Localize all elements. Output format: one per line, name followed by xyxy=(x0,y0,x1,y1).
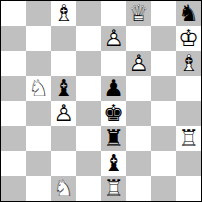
square-g3[interactable] xyxy=(151,126,176,151)
piece-white-queen: ♛♕ xyxy=(126,1,151,26)
square-a1[interactable] xyxy=(1,176,26,201)
square-d5[interactable] xyxy=(76,76,101,101)
square-f5[interactable] xyxy=(126,76,151,101)
square-c8[interactable]: ♝♗ xyxy=(51,1,76,26)
piece-white-pawn: ♟♙ xyxy=(101,26,126,51)
square-a5[interactable] xyxy=(1,76,26,101)
square-d8[interactable] xyxy=(76,1,101,26)
square-a8[interactable] xyxy=(1,1,26,26)
chess-board: ♝♗♛♕♞♟♙♚♔♟♙♝♗♞♘♝♟♟♙♚♜♜♖♝♞♘♜♖ xyxy=(0,0,202,202)
square-c4[interactable]: ♟♙ xyxy=(51,101,76,126)
piece-white-king: ♚♔ xyxy=(176,26,201,51)
square-d2[interactable] xyxy=(76,151,101,176)
square-f8[interactable]: ♛♕ xyxy=(126,1,151,26)
square-f2[interactable] xyxy=(126,151,151,176)
piece-white-bishop: ♝♗ xyxy=(51,1,76,26)
square-e1[interactable]: ♜♖ xyxy=(101,176,126,201)
square-b6[interactable] xyxy=(26,51,51,76)
piece-white-knight: ♞♘ xyxy=(26,76,51,101)
square-e7[interactable]: ♟♙ xyxy=(101,26,126,51)
piece-white-rook: ♜♖ xyxy=(101,176,126,201)
square-h8[interactable]: ♞ xyxy=(176,1,201,26)
square-c6[interactable] xyxy=(51,51,76,76)
square-g8[interactable] xyxy=(151,1,176,26)
square-h7[interactable]: ♚♔ xyxy=(176,26,201,51)
square-f1[interactable] xyxy=(126,176,151,201)
square-d3[interactable] xyxy=(76,126,101,151)
square-g7[interactable] xyxy=(151,26,176,51)
square-c1[interactable]: ♞♘ xyxy=(51,176,76,201)
square-c2[interactable] xyxy=(51,151,76,176)
piece-black-king: ♚ xyxy=(101,101,126,126)
square-b2[interactable] xyxy=(26,151,51,176)
piece-black-knight: ♞ xyxy=(176,1,201,26)
square-a2[interactable] xyxy=(1,151,26,176)
square-f6[interactable]: ♟♙ xyxy=(126,51,151,76)
square-h1[interactable] xyxy=(176,176,201,201)
square-g5[interactable] xyxy=(151,76,176,101)
square-g4[interactable] xyxy=(151,101,176,126)
square-c5[interactable]: ♝ xyxy=(51,76,76,101)
square-f7[interactable] xyxy=(126,26,151,51)
square-a3[interactable] xyxy=(1,126,26,151)
square-f3[interactable] xyxy=(126,126,151,151)
piece-white-pawn: ♟♙ xyxy=(126,51,151,76)
square-h5[interactable] xyxy=(176,76,201,101)
square-e8[interactable] xyxy=(101,1,126,26)
piece-black-bishop: ♝ xyxy=(101,151,126,176)
square-f4[interactable] xyxy=(126,101,151,126)
square-b1[interactable] xyxy=(26,176,51,201)
square-e2[interactable]: ♝ xyxy=(101,151,126,176)
square-a4[interactable] xyxy=(1,101,26,126)
square-e6[interactable] xyxy=(101,51,126,76)
square-d7[interactable] xyxy=(76,26,101,51)
square-h6[interactable]: ♝♗ xyxy=(176,51,201,76)
square-e3[interactable]: ♜ xyxy=(101,126,126,151)
square-e4[interactable]: ♚ xyxy=(101,101,126,126)
square-h4[interactable] xyxy=(176,101,201,126)
square-b5[interactable]: ♞♘ xyxy=(26,76,51,101)
square-g1[interactable] xyxy=(151,176,176,201)
piece-white-rook: ♜♖ xyxy=(176,126,201,151)
square-g2[interactable] xyxy=(151,151,176,176)
square-a7[interactable] xyxy=(1,26,26,51)
square-b4[interactable] xyxy=(26,101,51,126)
square-h3[interactable]: ♜♖ xyxy=(176,126,201,151)
square-a6[interactable] xyxy=(1,51,26,76)
square-d1[interactable] xyxy=(76,176,101,201)
square-d4[interactable] xyxy=(76,101,101,126)
square-b7[interactable] xyxy=(26,26,51,51)
square-c3[interactable] xyxy=(51,126,76,151)
piece-white-bishop: ♝♗ xyxy=(176,51,201,76)
square-h2[interactable] xyxy=(176,151,201,176)
square-d6[interactable] xyxy=(76,51,101,76)
square-b8[interactable] xyxy=(26,1,51,26)
square-g6[interactable] xyxy=(151,51,176,76)
piece-white-pawn: ♟♙ xyxy=(51,101,76,126)
piece-white-knight: ♞♘ xyxy=(51,176,76,201)
piece-black-rook: ♜ xyxy=(101,126,126,151)
piece-black-pawn: ♟ xyxy=(101,76,126,101)
piece-black-bishop: ♝ xyxy=(51,76,76,101)
square-b3[interactable] xyxy=(26,126,51,151)
square-e5[interactable]: ♟ xyxy=(101,76,126,101)
square-c7[interactable] xyxy=(51,26,76,51)
